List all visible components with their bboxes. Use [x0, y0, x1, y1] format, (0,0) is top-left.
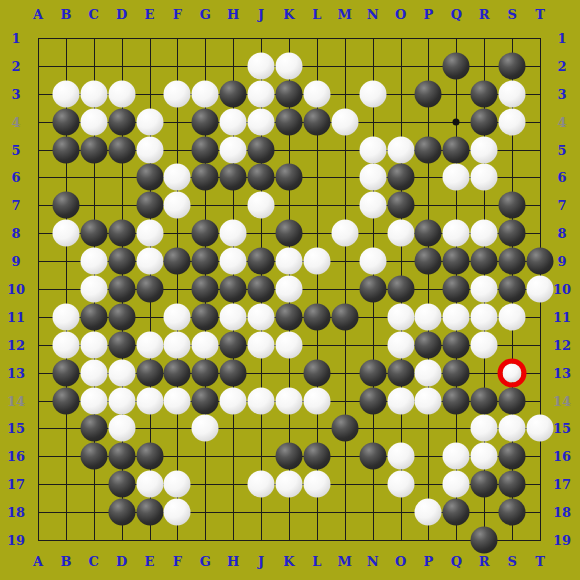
- stone-L14[interactable]: [303, 387, 330, 414]
- coord-label-top-E: E: [145, 8, 155, 21]
- stone-G5[interactable]: [192, 136, 219, 163]
- coord-label-bottom-R: R: [479, 555, 490, 568]
- stone-C16[interactable]: [80, 443, 107, 470]
- stone-G3[interactable]: [192, 80, 219, 107]
- stone-H13[interactable]: [220, 359, 247, 386]
- stone-J5[interactable]: [248, 136, 275, 163]
- stone-B14[interactable]: [52, 387, 79, 414]
- coord-label-top-F: F: [173, 8, 182, 21]
- coord-label-bottom-M: M: [338, 555, 352, 568]
- stone-R3[interactable]: [471, 80, 498, 107]
- stone-S10[interactable]: [499, 276, 526, 303]
- coord-label-right-9: 9: [557, 255, 566, 268]
- stone-J2[interactable]: [248, 52, 275, 79]
- stone-D3[interactable]: [108, 80, 135, 107]
- stone-N7[interactable]: [359, 192, 386, 219]
- stone-S17[interactable]: [499, 471, 526, 498]
- stone-F3[interactable]: [164, 80, 191, 107]
- stone-D11[interactable]: [108, 303, 135, 330]
- coord-label-bottom-B: B: [60, 555, 71, 568]
- stone-L16[interactable]: [303, 443, 330, 470]
- stone-L13[interactable]: [303, 359, 330, 386]
- stone-R17[interactable]: [471, 471, 498, 498]
- stone-G8[interactable]: [192, 220, 219, 247]
- stone-E5[interactable]: [136, 136, 163, 163]
- coord-label-left-3: 3: [11, 87, 20, 100]
- coord-label-top-J: J: [258, 8, 264, 21]
- stone-L4[interactable]: [303, 108, 330, 135]
- coord-label-left-7: 7: [11, 199, 20, 212]
- coord-label-bottom-D: D: [116, 555, 127, 568]
- stone-M15[interactable]: [331, 415, 358, 442]
- stone-L3[interactable]: [303, 80, 330, 107]
- stone-J6[interactable]: [248, 164, 275, 191]
- coord-label-top-L: L: [312, 8, 321, 21]
- stone-D13[interactable]: [108, 359, 135, 386]
- stone-J3[interactable]: [248, 80, 275, 107]
- coord-label-top-N: N: [367, 8, 379, 21]
- stone-O10[interactable]: [387, 276, 414, 303]
- coord-label-left-11: 11: [7, 310, 25, 323]
- coord-label-bottom-N: N: [367, 555, 379, 568]
- stone-C14[interactable]: [80, 387, 107, 414]
- stone-R4[interactable]: [471, 108, 498, 135]
- stone-L11[interactable]: [303, 303, 330, 330]
- coord-label-top-G: G: [200, 8, 211, 21]
- stone-P14[interactable]: [415, 387, 442, 414]
- stone-N6[interactable]: [359, 164, 386, 191]
- stone-R14[interactable]: [471, 387, 498, 414]
- stone-R9[interactable]: [471, 248, 498, 275]
- coord-label-bottom-O: O: [395, 555, 406, 568]
- coord-label-top-O: O: [395, 8, 406, 21]
- coord-label-top-A: A: [33, 8, 43, 21]
- stone-C12[interactable]: [80, 331, 107, 358]
- coord-label-left-1: 1: [11, 32, 20, 45]
- stone-K11[interactable]: [276, 303, 303, 330]
- stone-Q14[interactable]: [443, 387, 470, 414]
- stone-R16[interactable]: [471, 443, 498, 470]
- coord-label-left-15: 15: [7, 422, 25, 435]
- stone-B7[interactable]: [52, 192, 79, 219]
- stone-H4[interactable]: [220, 108, 247, 135]
- stone-K10[interactable]: [276, 276, 303, 303]
- stone-D10[interactable]: [108, 276, 135, 303]
- coord-label-right-10: 10: [553, 283, 571, 296]
- grid-line: [38, 540, 541, 541]
- stone-Q12[interactable]: [443, 331, 470, 358]
- stone-S16[interactable]: [499, 443, 526, 470]
- coord-label-bottom-G: G: [200, 555, 211, 568]
- stone-F6[interactable]: [164, 164, 191, 191]
- coord-label-left-19: 19: [7, 534, 25, 547]
- stone-F11[interactable]: [164, 303, 191, 330]
- coord-label-right-2: 2: [557, 59, 566, 72]
- stone-K12[interactable]: [276, 331, 303, 358]
- stone-E12[interactable]: [136, 331, 163, 358]
- coord-label-top-S: S: [507, 8, 516, 21]
- stone-S18[interactable]: [499, 499, 526, 526]
- stone-G15[interactable]: [192, 415, 219, 442]
- coord-label-left-12: 12: [7, 338, 25, 351]
- stone-F7[interactable]: [164, 192, 191, 219]
- stone-E14[interactable]: [136, 387, 163, 414]
- stone-S8[interactable]: [499, 220, 526, 247]
- stone-O8[interactable]: [387, 220, 414, 247]
- last-move-marked-stone-S13[interactable]: [498, 358, 527, 387]
- stone-D15[interactable]: [108, 415, 135, 442]
- stone-O13[interactable]: [387, 359, 414, 386]
- coord-label-right-4: 4: [557, 115, 566, 128]
- stone-K4[interactable]: [276, 108, 303, 135]
- stone-M4[interactable]: [331, 108, 358, 135]
- coord-label-bottom-L: L: [312, 555, 321, 568]
- stone-T15[interactable]: [527, 415, 554, 442]
- stone-E18[interactable]: [136, 499, 163, 526]
- stone-B3[interactable]: [52, 80, 79, 107]
- coord-label-right-11: 11: [553, 310, 571, 323]
- coord-label-right-15: 15: [553, 422, 571, 435]
- stone-D16[interactable]: [108, 443, 135, 470]
- stone-F14[interactable]: [164, 387, 191, 414]
- stone-Q9[interactable]: [443, 248, 470, 275]
- stone-F17[interactable]: [164, 471, 191, 498]
- stone-C15[interactable]: [80, 415, 107, 442]
- coord-label-right-6: 6: [557, 171, 566, 184]
- stone-C8[interactable]: [80, 220, 107, 247]
- stone-K8[interactable]: [276, 220, 303, 247]
- stone-F18[interactable]: [164, 499, 191, 526]
- stone-Q11[interactable]: [443, 303, 470, 330]
- stone-O14[interactable]: [387, 387, 414, 414]
- coord-label-right-12: 12: [553, 338, 571, 351]
- stone-O5[interactable]: [387, 136, 414, 163]
- stone-E9[interactable]: [136, 248, 163, 275]
- stone-C4[interactable]: [80, 108, 107, 135]
- coord-label-right-7: 7: [557, 199, 566, 212]
- stone-J9[interactable]: [248, 248, 275, 275]
- stone-E4[interactable]: [136, 108, 163, 135]
- stone-Q10[interactable]: [443, 276, 470, 303]
- coord-label-top-T: T: [535, 8, 545, 21]
- stone-G13[interactable]: [192, 359, 219, 386]
- coord-label-left-10: 10: [7, 283, 25, 296]
- coord-label-right-18: 18: [553, 506, 571, 519]
- stone-B5[interactable]: [52, 136, 79, 163]
- stone-D17[interactable]: [108, 471, 135, 498]
- stone-S2[interactable]: [499, 52, 526, 79]
- stone-E13[interactable]: [136, 359, 163, 386]
- stone-B13[interactable]: [52, 359, 79, 386]
- coord-label-bottom-E: E: [145, 555, 155, 568]
- stone-G14[interactable]: [192, 387, 219, 414]
- stone-S14[interactable]: [499, 387, 526, 414]
- stone-B8[interactable]: [52, 220, 79, 247]
- stone-P8[interactable]: [415, 220, 442, 247]
- stone-K16[interactable]: [276, 443, 303, 470]
- stone-S4[interactable]: [499, 108, 526, 135]
- stone-R12[interactable]: [471, 331, 498, 358]
- stone-B4[interactable]: [52, 108, 79, 135]
- coord-label-left-2: 2: [11, 59, 20, 72]
- stone-Q6[interactable]: [443, 164, 470, 191]
- stone-H14[interactable]: [220, 387, 247, 414]
- stone-L9[interactable]: [303, 248, 330, 275]
- stone-C9[interactable]: [80, 248, 107, 275]
- coord-label-top-M: M: [338, 8, 352, 21]
- stone-O7[interactable]: [387, 192, 414, 219]
- coord-label-top-K: K: [283, 8, 294, 21]
- stone-E6[interactable]: [136, 164, 163, 191]
- stone-K17[interactable]: [276, 471, 303, 498]
- stone-N14[interactable]: [359, 387, 386, 414]
- coord-label-left-9: 9: [11, 255, 20, 268]
- stone-D8[interactable]: [108, 220, 135, 247]
- stone-D14[interactable]: [108, 387, 135, 414]
- stone-B12[interactable]: [52, 331, 79, 358]
- stone-H9[interactable]: [220, 248, 247, 275]
- coord-label-bottom-K: K: [283, 555, 294, 568]
- stone-N13[interactable]: [359, 359, 386, 386]
- star-point: [453, 118, 460, 125]
- stone-R11[interactable]: [471, 303, 498, 330]
- stone-E16[interactable]: [136, 443, 163, 470]
- stone-S7[interactable]: [499, 192, 526, 219]
- coord-label-bottom-A: A: [33, 555, 43, 568]
- coord-label-left-17: 17: [7, 478, 25, 491]
- coord-label-top-B: B: [60, 8, 71, 21]
- stone-F13[interactable]: [164, 359, 191, 386]
- stone-K3[interactable]: [276, 80, 303, 107]
- stone-D5[interactable]: [108, 136, 135, 163]
- stone-H6[interactable]: [220, 164, 247, 191]
- stone-T10[interactable]: [527, 276, 554, 303]
- stone-N3[interactable]: [359, 80, 386, 107]
- coord-label-left-13: 13: [7, 366, 25, 379]
- coord-label-bottom-T: T: [535, 555, 545, 568]
- stone-O11[interactable]: [387, 303, 414, 330]
- coord-label-left-6: 6: [11, 171, 20, 184]
- stone-K9[interactable]: [276, 248, 303, 275]
- coord-label-left-16: 16: [7, 450, 25, 463]
- stone-H11[interactable]: [220, 303, 247, 330]
- go-board[interactable]: AABBCCDDEEFFGGHHJJKKLLMMNNOOPPQQRRSSTT11…: [0, 0, 580, 580]
- stone-H3[interactable]: [220, 80, 247, 107]
- stone-D4[interactable]: [108, 108, 135, 135]
- stone-Q18[interactable]: [443, 499, 470, 526]
- stone-H8[interactable]: [220, 220, 247, 247]
- stone-O12[interactable]: [387, 331, 414, 358]
- stone-P5[interactable]: [415, 136, 442, 163]
- coord-label-top-R: R: [479, 8, 490, 21]
- stone-D12[interactable]: [108, 331, 135, 358]
- coord-label-right-16: 16: [553, 450, 571, 463]
- stone-N9[interactable]: [359, 248, 386, 275]
- stone-G9[interactable]: [192, 248, 219, 275]
- stone-K6[interactable]: [276, 164, 303, 191]
- stone-R15[interactable]: [471, 415, 498, 442]
- stone-Q13[interactable]: [443, 359, 470, 386]
- stone-G12[interactable]: [192, 331, 219, 358]
- stone-S9[interactable]: [499, 248, 526, 275]
- stone-N10[interactable]: [359, 276, 386, 303]
- stone-J11[interactable]: [248, 303, 275, 330]
- coord-label-top-Q: Q: [451, 8, 462, 21]
- stone-N16[interactable]: [359, 443, 386, 470]
- stone-K2[interactable]: [276, 52, 303, 79]
- coord-label-left-18: 18: [7, 506, 25, 519]
- coord-label-top-H: H: [227, 8, 239, 21]
- grid-line: [428, 38, 429, 541]
- stone-E17[interactable]: [136, 471, 163, 498]
- stone-C10[interactable]: [80, 276, 107, 303]
- stone-P18[interactable]: [415, 499, 442, 526]
- coord-label-bottom-F: F: [173, 555, 182, 568]
- stone-M11[interactable]: [331, 303, 358, 330]
- coord-label-left-14: 14: [7, 394, 25, 407]
- stone-J14[interactable]: [248, 387, 275, 414]
- coord-label-bottom-Q: Q: [451, 555, 462, 568]
- stone-Q17[interactable]: [443, 471, 470, 498]
- stone-C3[interactable]: [80, 80, 107, 107]
- stone-Q8[interactable]: [443, 220, 470, 247]
- coord-label-bottom-J: J: [258, 555, 264, 568]
- stone-N5[interactable]: [359, 136, 386, 163]
- stone-R5[interactable]: [471, 136, 498, 163]
- stone-S15[interactable]: [499, 415, 526, 442]
- stone-R10[interactable]: [471, 276, 498, 303]
- stone-P13[interactable]: [415, 359, 442, 386]
- coord-label-right-5: 5: [557, 143, 566, 156]
- stone-J4[interactable]: [248, 108, 275, 135]
- stone-F12[interactable]: [164, 331, 191, 358]
- coord-label-top-D: D: [116, 8, 127, 21]
- stone-J7[interactable]: [248, 192, 275, 219]
- stone-H12[interactable]: [220, 331, 247, 358]
- stone-S11[interactable]: [499, 303, 526, 330]
- stone-P11[interactable]: [415, 303, 442, 330]
- stone-G11[interactable]: [192, 303, 219, 330]
- stone-E7[interactable]: [136, 192, 163, 219]
- stone-O17[interactable]: [387, 471, 414, 498]
- coord-label-top-P: P: [424, 8, 434, 21]
- coord-label-bottom-C: C: [89, 555, 99, 568]
- stone-B11[interactable]: [52, 303, 79, 330]
- coord-label-bottom-P: P: [424, 555, 434, 568]
- coord-label-right-3: 3: [557, 87, 566, 100]
- stone-C11[interactable]: [80, 303, 107, 330]
- stone-Q5[interactable]: [443, 136, 470, 163]
- stone-D9[interactable]: [108, 248, 135, 275]
- coord-label-left-8: 8: [11, 227, 20, 240]
- coord-label-right-17: 17: [553, 478, 571, 491]
- stone-O6[interactable]: [387, 164, 414, 191]
- stone-J17[interactable]: [248, 471, 275, 498]
- coord-label-bottom-H: H: [227, 555, 239, 568]
- stone-O16[interactable]: [387, 443, 414, 470]
- stone-Q2[interactable]: [443, 52, 470, 79]
- stone-K14[interactable]: [276, 387, 303, 414]
- stone-S3[interactable]: [499, 80, 526, 107]
- coord-label-left-5: 5: [11, 143, 20, 156]
- stone-E8[interactable]: [136, 220, 163, 247]
- stone-P9[interactable]: [415, 248, 442, 275]
- stone-H10[interactable]: [220, 276, 247, 303]
- stone-F9[interactable]: [164, 248, 191, 275]
- stone-P3[interactable]: [415, 80, 442, 107]
- stone-R8[interactable]: [471, 220, 498, 247]
- stone-C13[interactable]: [80, 359, 107, 386]
- stone-G4[interactable]: [192, 108, 219, 135]
- stone-G6[interactable]: [192, 164, 219, 191]
- coord-label-right-1: 1: [557, 32, 566, 45]
- stone-H5[interactable]: [220, 136, 247, 163]
- coord-label-right-8: 8: [557, 227, 566, 240]
- stone-J10[interactable]: [248, 276, 275, 303]
- stone-P12[interactable]: [415, 331, 442, 358]
- coord-label-left-4: 4: [11, 115, 20, 128]
- stone-J12[interactable]: [248, 331, 275, 358]
- stone-M8[interactable]: [331, 220, 358, 247]
- stone-R19[interactable]: [471, 527, 498, 554]
- coord-label-right-19: 19: [553, 534, 571, 547]
- coord-label-right-13: 13: [553, 366, 571, 379]
- stone-Q16[interactable]: [443, 443, 470, 470]
- stone-L17[interactable]: [303, 471, 330, 498]
- coord-label-bottom-S: S: [507, 555, 516, 568]
- stone-R6[interactable]: [471, 164, 498, 191]
- stone-D18[interactable]: [108, 499, 135, 526]
- stone-E10[interactable]: [136, 276, 163, 303]
- coord-label-top-C: C: [89, 8, 99, 21]
- stone-C5[interactable]: [80, 136, 107, 163]
- stone-T9[interactable]: [527, 248, 554, 275]
- stone-G10[interactable]: [192, 276, 219, 303]
- coord-label-right-14: 14: [553, 394, 571, 407]
